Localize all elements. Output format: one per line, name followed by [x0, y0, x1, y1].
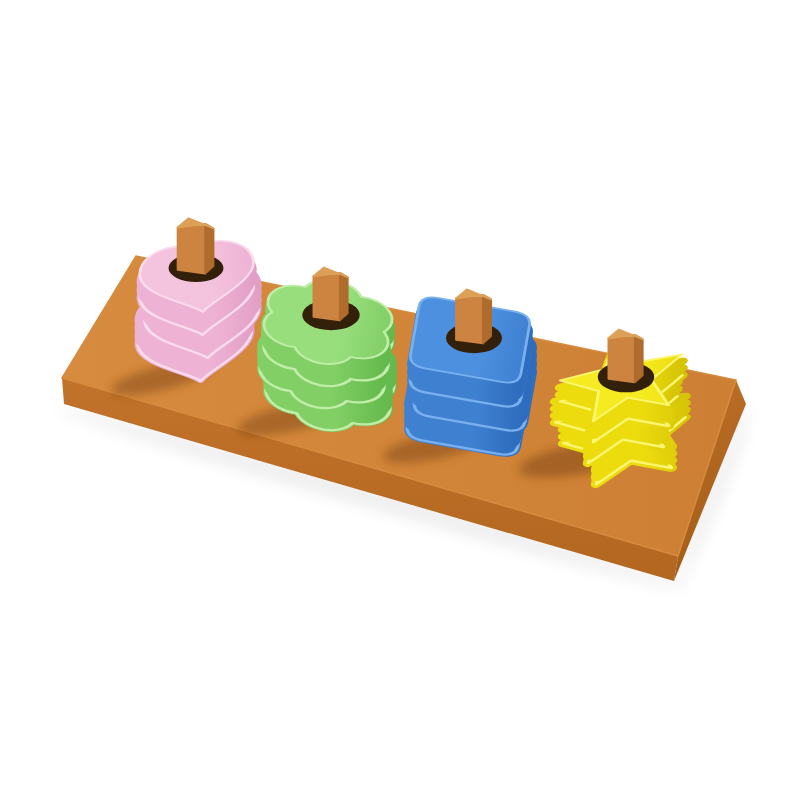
peg-front-face: [313, 273, 339, 321]
peg: [456, 289, 491, 343]
peg-front-face: [608, 335, 634, 383]
peg-right-face: [635, 335, 643, 383]
peg-right-face: [340, 273, 348, 321]
shape-stack-square: [406, 289, 536, 457]
peg: [178, 218, 214, 273]
scene-svg: [0, 0, 800, 800]
peg: [608, 329, 642, 382]
peg-front-face: [456, 295, 483, 344]
peg: [313, 267, 347, 320]
peg-right-face: [205, 224, 213, 274]
peg-front-face: [178, 224, 206, 274]
peg-right-face: [483, 295, 491, 344]
product-photo: [0, 0, 800, 800]
